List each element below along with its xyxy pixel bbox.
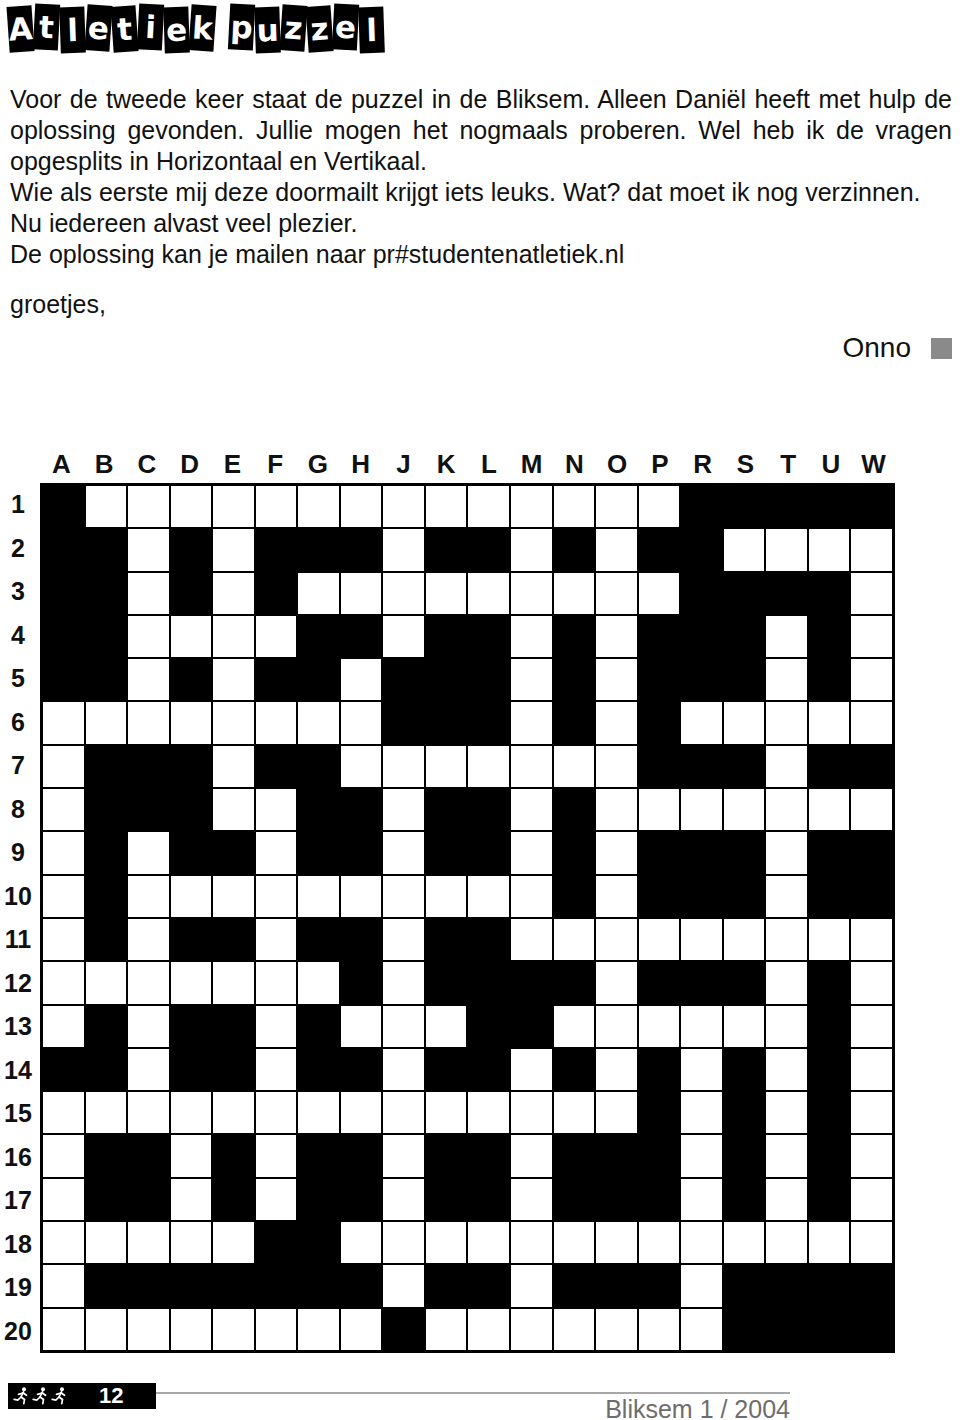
cell-E8[interactable] [213,789,254,830]
cell-J8[interactable] [383,789,424,830]
cell-M4[interactable] [511,616,552,657]
cell-O8[interactable] [596,789,637,830]
title-letter-tile: t [110,5,138,53]
cell-R12 [681,962,722,1003]
cell-T12[interactable] [766,962,807,1003]
cell-R14[interactable] [681,1049,722,1090]
cell-F20[interactable] [256,1309,297,1350]
cell-D16[interactable] [171,1135,212,1176]
cell-P8[interactable] [639,789,680,830]
cell-D20[interactable] [171,1309,212,1350]
cell-O12[interactable] [596,962,637,1003]
cell-K7[interactable] [426,746,467,787]
cell-S11[interactable] [724,919,765,960]
cell-D15[interactable] [171,1092,212,1133]
title-letter-tile: e [163,7,190,54]
page-title: Atletiekpuzzel [8,5,385,51]
cell-A19[interactable] [43,1265,84,1306]
cell-B17 [86,1179,127,1220]
cell-M3[interactable] [511,573,552,614]
cell-O9[interactable] [596,832,637,873]
cell-T9[interactable] [766,832,807,873]
cell-M14[interactable] [511,1049,552,1090]
cell-J11[interactable] [383,919,424,960]
cell-L20[interactable] [468,1309,509,1350]
cell-M9[interactable] [511,832,552,873]
cell-D6[interactable] [171,702,212,743]
cell-A8[interactable] [43,789,84,830]
cell-M16[interactable] [511,1135,552,1176]
cell-W13[interactable] [851,1006,892,1047]
cell-T1 [766,486,807,527]
cell-C17 [128,1179,169,1220]
cell-K4 [426,616,467,657]
cell-C5[interactable] [128,659,169,700]
cell-M7[interactable] [511,746,552,787]
cell-M11[interactable] [511,919,552,960]
cell-N4 [554,616,595,657]
cell-C8 [128,789,169,830]
cell-G19 [298,1265,339,1306]
cell-S3 [724,573,765,614]
cell-K18[interactable] [426,1222,467,1263]
title-letter-tile: u [254,7,281,54]
cell-P20[interactable] [639,1309,680,1350]
cell-O3[interactable] [596,573,637,614]
cell-D5 [171,659,212,700]
cell-C15[interactable] [128,1092,169,1133]
cell-R20[interactable] [681,1309,722,1350]
cell-R3 [681,573,722,614]
cell-M10[interactable] [511,876,552,917]
cell-H3[interactable] [341,573,382,614]
cell-K8 [426,789,467,830]
cell-F14[interactable] [256,1049,297,1090]
cell-O6[interactable] [596,702,637,743]
cell-H18[interactable] [341,1222,382,1263]
cell-M6[interactable] [511,702,552,743]
cell-N15[interactable] [554,1092,595,1133]
cell-E3[interactable] [213,573,254,614]
cell-T17[interactable] [766,1179,807,1220]
cell-C1[interactable] [128,486,169,527]
cell-U18[interactable] [809,1222,850,1263]
cell-J14[interactable] [383,1049,424,1090]
cell-O10[interactable] [596,876,637,917]
cell-S14 [724,1049,765,1090]
cell-M15[interactable] [511,1092,552,1133]
cell-O4[interactable] [596,616,637,657]
title-letter-tile: z [305,5,333,53]
cell-T8[interactable] [766,789,807,830]
cell-R10 [681,876,722,917]
cell-G6[interactable] [298,702,339,743]
cell-S16 [724,1135,765,1176]
intro-line: Nu iedereen alvast veel plezier. [10,208,952,239]
cell-A18[interactable] [43,1222,84,1263]
cell-J15[interactable] [383,1092,424,1133]
cell-T16[interactable] [766,1135,807,1176]
cell-S7 [724,746,765,787]
cell-R16[interactable] [681,1135,722,1176]
cell-J19[interactable] [383,1265,424,1306]
col-label-A: A [40,449,83,480]
cell-L18[interactable] [468,1222,509,1263]
col-label-N: N [553,449,596,480]
cell-R11[interactable] [681,919,722,960]
cell-A11[interactable] [43,919,84,960]
cell-P1[interactable] [639,486,680,527]
cell-C13[interactable] [128,1006,169,1047]
cell-C6[interactable] [128,702,169,743]
cell-G12[interactable] [298,962,339,1003]
cell-A15[interactable] [43,1092,84,1133]
cell-O20[interactable] [596,1309,637,1350]
cell-C4[interactable] [128,616,169,657]
cell-A10[interactable] [43,876,84,917]
cell-W6[interactable] [851,702,892,743]
cell-E11 [213,919,254,960]
cell-L15[interactable] [468,1092,509,1133]
intro-line: Voor de tweede keer staat de puzzel in d… [10,84,952,115]
row-label-16: 16 [0,1136,36,1180]
cell-W11[interactable] [851,919,892,960]
cell-E7[interactable] [213,746,254,787]
cell-M17[interactable] [511,1179,552,1220]
cell-R5 [681,659,722,700]
cell-O18[interactable] [596,1222,637,1263]
cell-W17[interactable] [851,1179,892,1220]
cell-U6[interactable] [809,702,850,743]
cell-G5 [298,659,339,700]
row-label-4: 4 [0,614,36,658]
cell-M20[interactable] [511,1309,552,1350]
cell-D8 [171,789,212,830]
cell-P13[interactable] [639,1006,680,1047]
title-letter-tile: k [188,4,216,52]
cell-K5 [426,659,467,700]
cell-R15[interactable] [681,1092,722,1133]
cell-F10[interactable] [256,876,297,917]
title-letter-tile: z [279,4,307,52]
cell-B15[interactable] [86,1092,127,1133]
col-label-T: T [767,449,810,480]
cell-H1[interactable] [341,486,382,527]
cell-L10[interactable] [468,876,509,917]
cell-G10[interactable] [298,876,339,917]
cell-F6[interactable] [256,702,297,743]
cell-C20[interactable] [128,1309,169,1350]
cell-K14 [426,1049,467,1090]
cell-E4[interactable] [213,616,254,657]
cell-O5[interactable] [596,659,637,700]
cell-C2[interactable] [128,529,169,570]
cell-J16[interactable] [383,1135,424,1176]
cell-K20[interactable] [426,1309,467,1350]
cell-W18[interactable] [851,1222,892,1263]
cell-J17[interactable] [383,1179,424,1220]
cell-F8[interactable] [256,789,297,830]
cell-E1[interactable] [213,486,254,527]
cell-O1[interactable] [596,486,637,527]
cell-C10[interactable] [128,876,169,917]
cell-C14[interactable] [128,1049,169,1090]
cell-N7[interactable] [554,746,595,787]
cell-U17 [809,1179,850,1220]
cell-L5 [468,659,509,700]
cell-J9[interactable] [383,832,424,873]
cell-O11[interactable] [596,919,637,960]
cell-J18[interactable] [383,1222,424,1263]
cell-C9[interactable] [128,832,169,873]
cell-H13[interactable] [341,1006,382,1047]
cell-R17[interactable] [681,1179,722,1220]
cell-K1[interactable] [426,486,467,527]
cell-D12[interactable] [171,962,212,1003]
cell-P11[interactable] [639,919,680,960]
cell-J3[interactable] [383,573,424,614]
cell-E2[interactable] [213,529,254,570]
cell-F11[interactable] [256,919,297,960]
cell-F13[interactable] [256,1006,297,1047]
cell-E20[interactable] [213,1309,254,1350]
cell-J12[interactable] [383,962,424,1003]
cell-T18[interactable] [766,1222,807,1263]
cell-T2[interactable] [766,529,807,570]
cell-O13[interactable] [596,1006,637,1047]
row-label-3: 3 [0,570,36,614]
cell-H15[interactable] [341,1092,382,1133]
cell-F15[interactable] [256,1092,297,1133]
cell-N18[interactable] [554,1222,595,1263]
cell-F1[interactable] [256,486,297,527]
cell-P6 [639,702,680,743]
cell-O7[interactable] [596,746,637,787]
cell-J7[interactable] [383,746,424,787]
cell-M18[interactable] [511,1222,552,1263]
cell-W8[interactable] [851,789,892,830]
cell-A3 [43,573,84,614]
row-label-7: 7 [0,744,36,788]
row-label-11: 11 [0,918,36,962]
cell-D3 [171,573,212,614]
cell-B16 [86,1135,127,1176]
cell-S18[interactable] [724,1222,765,1263]
cell-S2[interactable] [724,529,765,570]
cell-T6[interactable] [766,702,807,743]
cell-U11[interactable] [809,919,850,960]
cell-E18[interactable] [213,1222,254,1263]
cell-E15[interactable] [213,1092,254,1133]
cell-W3[interactable] [851,573,892,614]
cell-H6[interactable] [341,702,382,743]
cell-H14 [341,1049,382,1090]
cell-B6[interactable] [86,702,127,743]
cell-M19[interactable] [511,1265,552,1306]
cell-D1[interactable] [171,486,212,527]
cell-E5[interactable] [213,659,254,700]
cell-A20[interactable] [43,1309,84,1350]
cell-P3[interactable] [639,573,680,614]
cell-A12[interactable] [43,962,84,1003]
cell-W15[interactable] [851,1092,892,1133]
row-label-10: 10 [0,875,36,919]
cell-C11[interactable] [128,919,169,960]
cell-H12 [341,962,382,1003]
cell-W2[interactable] [851,529,892,570]
cell-O2[interactable] [596,529,637,570]
cell-W16[interactable] [851,1135,892,1176]
cell-K13[interactable] [426,1006,467,1047]
cell-E12[interactable] [213,962,254,1003]
cell-D17[interactable] [171,1179,212,1220]
cell-W12[interactable] [851,962,892,1003]
cell-G1[interactable] [298,486,339,527]
cell-N8 [554,789,595,830]
cell-M1[interactable] [511,486,552,527]
cell-S6[interactable] [724,702,765,743]
cell-D10[interactable] [171,876,212,917]
cell-P18[interactable] [639,1222,680,1263]
cell-J2[interactable] [383,529,424,570]
cell-M5[interactable] [511,659,552,700]
cell-G15[interactable] [298,1092,339,1133]
cell-J1[interactable] [383,486,424,527]
cell-F4[interactable] [256,616,297,657]
cell-S8[interactable] [724,789,765,830]
cell-W1 [851,486,892,527]
cell-A6[interactable] [43,702,84,743]
cell-E10[interactable] [213,876,254,917]
cell-L4 [468,616,509,657]
cell-L16 [468,1135,509,1176]
cell-H10[interactable] [341,876,382,917]
cell-K10[interactable] [426,876,467,917]
cell-B18[interactable] [86,1222,127,1263]
cell-K11 [426,919,467,960]
cell-B20[interactable] [86,1309,127,1350]
cell-H17 [341,1179,382,1220]
cell-N13[interactable] [554,1006,595,1047]
cell-W9 [851,832,892,873]
col-label-L: L [468,449,511,480]
cell-F17[interactable] [256,1179,297,1220]
cell-D19 [171,1265,212,1306]
cell-H2 [341,529,382,570]
cell-J4[interactable] [383,616,424,657]
cell-M8[interactable] [511,789,552,830]
cell-R7 [681,746,722,787]
cell-F9[interactable] [256,832,297,873]
cell-J10[interactable] [383,876,424,917]
cell-W14[interactable] [851,1049,892,1090]
cell-H5[interactable] [341,659,382,700]
cell-T4[interactable] [766,616,807,657]
cell-F16[interactable] [256,1135,297,1176]
cell-T7[interactable] [766,746,807,787]
cell-T11[interactable] [766,919,807,960]
cell-T15[interactable] [766,1092,807,1133]
cell-D7 [171,746,212,787]
cell-A13[interactable] [43,1006,84,1047]
cell-B12[interactable] [86,962,127,1003]
cell-R8[interactable] [681,789,722,830]
row-labels: 1234567891011121314151617181920 [0,483,36,1353]
cell-W4[interactable] [851,616,892,657]
cell-A16[interactable] [43,1135,84,1176]
cell-U2[interactable] [809,529,850,570]
cell-A1 [43,486,84,527]
cell-W19 [851,1265,892,1306]
cell-N3[interactable] [554,573,595,614]
cell-N1[interactable] [554,486,595,527]
cell-D18[interactable] [171,1222,212,1263]
cell-K3[interactable] [426,573,467,614]
cell-T14[interactable] [766,1049,807,1090]
cell-L1[interactable] [468,486,509,527]
cell-H11 [341,919,382,960]
cell-D4[interactable] [171,616,212,657]
cell-R19[interactable] [681,1265,722,1306]
cell-H7[interactable] [341,746,382,787]
cell-N20[interactable] [554,1309,595,1350]
cell-F2 [256,529,297,570]
cell-E14 [213,1049,254,1090]
cell-K15[interactable] [426,1092,467,1133]
cell-F12[interactable] [256,962,297,1003]
cell-M2[interactable] [511,529,552,570]
cell-E6[interactable] [213,702,254,743]
cell-B1[interactable] [86,486,127,527]
cell-N11[interactable] [554,919,595,960]
cell-T5[interactable] [766,659,807,700]
cell-R13[interactable] [681,1006,722,1047]
cell-R6[interactable] [681,702,722,743]
title-letter-tile: t [33,3,60,50]
cell-A7[interactable] [43,746,84,787]
cell-O14[interactable] [596,1049,637,1090]
cell-L7[interactable] [468,746,509,787]
cell-C18[interactable] [128,1222,169,1263]
intro-paragraph: Voor de tweede keer staat de puzzel in d… [10,84,952,270]
cell-A17[interactable] [43,1179,84,1220]
cell-U8[interactable] [809,789,850,830]
cell-C3[interactable] [128,573,169,614]
cell-R18[interactable] [681,1222,722,1263]
cell-G7 [298,746,339,787]
cell-P2 [639,529,680,570]
cell-O15[interactable] [596,1092,637,1133]
cell-N5 [554,659,595,700]
cell-T13[interactable] [766,1006,807,1047]
cell-N6 [554,702,595,743]
cell-C12[interactable] [128,962,169,1003]
cell-T10[interactable] [766,876,807,917]
col-label-S: S [724,449,767,480]
cell-B14 [86,1049,127,1090]
cell-G3[interactable] [298,573,339,614]
cell-G20[interactable] [298,1309,339,1350]
cell-L3[interactable] [468,573,509,614]
cell-W5[interactable] [851,659,892,700]
row-label-14: 14 [0,1049,36,1093]
cell-A9[interactable] [43,832,84,873]
cell-F5 [256,659,297,700]
cell-J13[interactable] [383,1006,424,1047]
cell-H20[interactable] [341,1309,382,1350]
cell-S13[interactable] [724,1006,765,1047]
cell-U1 [809,486,850,527]
